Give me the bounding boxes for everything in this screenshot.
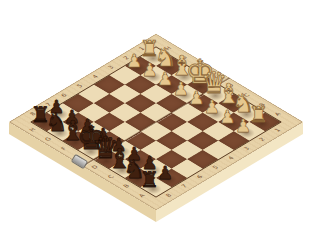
file-label: A xyxy=(138,193,146,198)
rank-label: 4 xyxy=(228,156,236,161)
chess-set-photo: HGFEDCBA1♜♞♝♚♛♝♞♜12♟♟♟♟♟♟♟♟2334455667♟♟♟… xyxy=(0,0,310,234)
file-label: C xyxy=(107,174,115,179)
rank-label: 3 xyxy=(243,146,251,151)
rank-label: 7 xyxy=(181,184,189,189)
file-label: D xyxy=(92,165,101,170)
rank-label: 1 xyxy=(274,128,282,133)
rank-label: 5 xyxy=(212,165,220,170)
file-label: G xyxy=(45,137,54,142)
rank-label: 4 xyxy=(92,74,100,79)
file-label: A xyxy=(274,111,282,116)
rank-label: 2 xyxy=(259,137,267,142)
chess-board: HGFEDCBA1♜♞♝♚♛♝♞♜12♟♟♟♟♟♟♟♟2334455667♟♟♟… xyxy=(9,34,303,210)
file-label: H xyxy=(29,127,38,132)
rank-label: 6 xyxy=(196,174,204,179)
black-rook-a8: ♜ xyxy=(139,169,161,191)
rank-label: 3 xyxy=(107,65,115,70)
rank-label: 5 xyxy=(76,84,84,89)
file-label: B xyxy=(123,184,131,189)
white-pawn-a2: ♟ xyxy=(232,117,254,135)
file-label: F xyxy=(61,146,69,151)
rank-label: 8 xyxy=(165,193,173,198)
